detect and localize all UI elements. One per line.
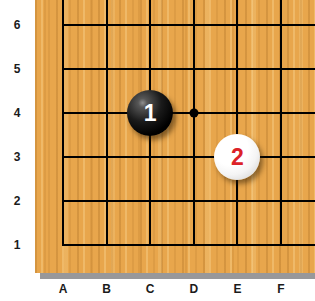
board-cell (238, 70, 282, 114)
grid-lattice (62, 0, 315, 246)
white-stone-E3: 2 (214, 134, 260, 180)
board-cell (64, 114, 108, 158)
move-number: 1 (144, 102, 157, 125)
board-cell (195, 26, 239, 70)
board-cell (108, 158, 152, 202)
col-label-B: B (102, 282, 111, 296)
board-cell (238, 0, 282, 26)
star-point-D4 (189, 109, 198, 118)
row-label-4: 4 (14, 106, 21, 120)
row-label-5: 5 (14, 62, 21, 76)
board-cell (151, 26, 195, 70)
board-cell (238, 26, 282, 70)
board-cell (195, 202, 239, 246)
board-cell (64, 70, 108, 114)
board-cell (64, 0, 108, 26)
col-label-C: C (146, 282, 155, 296)
board-cell (64, 202, 108, 246)
board-cell (108, 26, 152, 70)
go-diagram: 12654321ABCDEF (0, 0, 315, 301)
board-cell (108, 202, 152, 246)
board-cell (282, 26, 315, 70)
board-cell (151, 158, 195, 202)
board-cell (151, 0, 195, 26)
row-label-1: 1 (14, 238, 21, 252)
board-cell (282, 0, 315, 26)
board-cell (64, 26, 108, 70)
board-cell (282, 158, 315, 202)
black-stone-C4: 1 (127, 90, 173, 136)
row-label-3: 3 (14, 150, 21, 164)
board-cell (64, 158, 108, 202)
col-label-F: F (277, 282, 284, 296)
board-cell (282, 114, 315, 158)
row-label-6: 6 (14, 18, 21, 32)
board-cell (195, 70, 239, 114)
row-label-2: 2 (14, 194, 21, 208)
board-cell (238, 202, 282, 246)
board-cell (282, 202, 315, 246)
col-label-A: A (59, 282, 68, 296)
board-cell (282, 70, 315, 114)
board-cell (151, 202, 195, 246)
move-number: 2 (231, 146, 244, 169)
board-shadow (40, 273, 315, 279)
board-cell (108, 0, 152, 26)
col-label-E: E (233, 282, 241, 296)
board-cell (195, 0, 239, 26)
col-label-D: D (189, 282, 198, 296)
